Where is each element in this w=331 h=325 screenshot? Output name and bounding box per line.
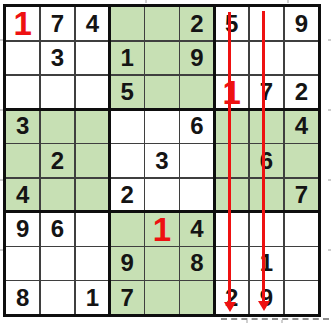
cell-r7c1[interactable]: 9 [6,213,39,246]
cell-r5c1[interactable] [6,144,39,177]
spreadsheet-gridline-fragment [0,109,3,111]
cell-r8c8[interactable]: 1 [250,247,283,280]
cell-r6c6[interactable] [180,179,213,212]
spreadsheet-gridline-fragment [246,320,248,323]
cell-r5c8[interactable]: 6 [250,144,283,177]
cell-r6c1[interactable]: 4 [6,179,39,212]
cell-r8c3[interactable] [76,247,109,280]
cell-r3c3[interactable] [76,76,109,109]
cell-r1c2[interactable]: 7 [41,7,74,40]
arrow-shaft [228,12,231,304]
cell-r7c9[interactable] [285,213,318,246]
cell-r7c7[interactable] [215,213,248,246]
cell-r9c1[interactable]: 8 [6,281,39,314]
cell-r9c6[interactable] [180,281,213,314]
cell-r4c5[interactable] [145,110,178,143]
cell-r9c4[interactable]: 7 [110,281,143,314]
cell-r3c2[interactable] [41,76,74,109]
cell-r2c9[interactable] [285,42,318,75]
screenshot-root: 1742593195172364236427961498181729 [0,0,331,325]
cell-r7c8[interactable] [250,213,283,246]
cell-r2c5[interactable] [145,42,178,75]
cell-r3c7[interactable]: 1 [215,76,248,109]
cell-r6c9[interactable]: 7 [285,179,318,212]
cell-r3c9[interactable]: 2 [285,76,318,109]
cell-r1c5[interactable] [145,7,178,40]
cell-r4c3[interactable] [76,110,109,143]
cell-r1c3[interactable]: 4 [76,7,109,40]
cell-r1c8[interactable] [250,7,283,40]
cell-r2c4[interactable]: 1 [110,42,143,75]
cell-r4c1[interactable]: 3 [6,110,39,143]
cell-r1c9[interactable]: 9 [285,7,318,40]
box-border-line [108,6,111,315]
cell-r2c2[interactable]: 3 [41,42,74,75]
cell-r2c1[interactable] [6,42,39,75]
cell-r7c4[interactable] [110,213,143,246]
cell-r8c9[interactable] [285,247,318,280]
cell-r1c1[interactable]: 1 [6,7,39,40]
cell-r4c7[interactable] [215,110,248,143]
cell-r2c6[interactable]: 9 [180,42,213,75]
cell-r8c1[interactable] [6,247,39,280]
box-border-line [5,210,319,213]
cell-r9c9[interactable] [285,281,318,314]
cell-r6c3[interactable] [76,179,109,212]
cell-r8c6[interactable]: 8 [180,247,213,280]
cell-r9c5[interactable] [145,281,178,314]
cell-r8c5[interactable] [145,247,178,280]
cell-r1c4[interactable] [110,7,143,40]
arrow-shaft [262,11,265,303]
spreadsheet-gridline-fragment [0,249,3,251]
cell-r9c2[interactable] [41,281,74,314]
spreadsheet-gridline-fragment [281,320,283,323]
cell-r2c8[interactable] [250,42,283,75]
cell-r4c4[interactable] [110,110,143,143]
cell-r5c4[interactable] [110,144,143,177]
cell-r4c2[interactable] [41,110,74,143]
cell-r6c2[interactable] [41,179,74,212]
cell-r3c1[interactable] [6,76,39,109]
cell-r3c4[interactable]: 5 [110,76,143,109]
cell-r6c4[interactable]: 2 [110,179,143,212]
cell-r7c3[interactable] [76,213,109,246]
spreadsheet-gridline-fragment [0,39,3,41]
spreadsheet-gridline-fragment [287,0,289,3]
cell-r5c3[interactable] [76,144,109,177]
cell-r5c2[interactable]: 2 [41,144,74,177]
cell-r8c7[interactable] [215,247,248,280]
cell-r2c3[interactable] [76,42,109,75]
cell-r8c2[interactable] [41,247,74,280]
spreadsheet-gridline-fragment [0,179,3,181]
box-border-line [213,6,216,315]
cell-r6c5[interactable] [145,179,178,212]
cell-r6c7[interactable] [215,179,248,212]
cell-r8c4[interactable]: 9 [110,247,143,280]
arrow-head-icon [224,302,236,312]
spreadsheet-gridline-fragment [221,318,329,320]
sudoku-board: 1742593195172364236427961498181729 [3,4,321,317]
cell-r7c5[interactable]: 1 [145,213,178,246]
cell-r5c7[interactable] [215,144,248,177]
cell-r1c6[interactable]: 2 [180,7,213,40]
cell-r5c5[interactable]: 3 [145,144,178,177]
cell-r5c9[interactable] [285,144,318,177]
box-border-line [5,108,319,111]
cell-r1c7[interactable]: 5 [215,7,248,40]
cell-r4c6[interactable]: 6 [180,110,213,143]
cell-r4c8[interactable] [250,110,283,143]
spreadsheet-gridline-fragment [145,0,147,3]
cell-r4c9[interactable]: 4 [285,110,318,143]
cell-r3c8[interactable]: 7 [250,76,283,109]
cell-r3c6[interactable] [180,76,213,109]
cell-r7c6[interactable]: 4 [180,213,213,246]
arrow-head-icon [258,301,270,311]
cell-r9c3[interactable]: 1 [76,281,109,314]
cell-r5c6[interactable] [180,144,213,177]
cell-r7c2[interactable]: 6 [41,213,74,246]
cell-r6c8[interactable] [250,179,283,212]
cell-r3c5[interactable] [145,76,178,109]
cell-r2c7[interactable] [215,42,248,75]
